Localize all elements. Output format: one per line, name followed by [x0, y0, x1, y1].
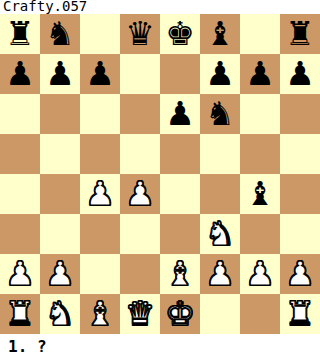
square-a2[interactable]: ♟: [0, 254, 40, 294]
move-prompt: 1. ?: [0, 334, 320, 360]
black-bishop-f8: ♝: [205, 14, 235, 54]
white-bishop-c1: ♝: [85, 294, 115, 334]
square-h8[interactable]: ♜: [280, 14, 320, 54]
white-pawn-g2: ♟: [245, 254, 275, 294]
black-pawn-b7: ♟: [45, 54, 75, 94]
black-bishop-g4: ♝: [245, 174, 275, 214]
square-d4[interactable]: ♟: [120, 174, 160, 214]
square-a4[interactable]: [0, 174, 40, 214]
square-a3[interactable]: [0, 214, 40, 254]
square-d3[interactable]: [120, 214, 160, 254]
square-h4[interactable]: [280, 174, 320, 214]
white-queen-d1: ♛: [125, 294, 155, 334]
square-c3[interactable]: [80, 214, 120, 254]
black-rook-a8: ♜: [5, 14, 35, 54]
black-pawn-f7: ♟: [205, 54, 235, 94]
square-c5[interactable]: [80, 134, 120, 174]
black-knight-f6: ♞: [205, 94, 235, 134]
white-pawn-f2: ♟: [205, 254, 235, 294]
square-a1[interactable]: ♜: [0, 294, 40, 334]
chess-board: ♜♞♛♚♝♜♟♟♟♟♟♟♟♞♟♟♝♞♟♟♝♟♟♟♜♞♝♛♚♜: [0, 14, 320, 334]
square-d7[interactable]: [120, 54, 160, 94]
square-d6[interactable]: [120, 94, 160, 134]
square-g5[interactable]: [240, 134, 280, 174]
square-e2[interactable]: ♝: [160, 254, 200, 294]
square-a8[interactable]: ♜: [0, 14, 40, 54]
square-g1[interactable]: [240, 294, 280, 334]
white-bishop-e2: ♝: [165, 254, 195, 294]
square-b3[interactable]: [40, 214, 80, 254]
square-b6[interactable]: [40, 94, 80, 134]
white-pawn-h2: ♟: [285, 254, 315, 294]
black-queen-d8: ♛: [125, 14, 155, 54]
square-f7[interactable]: ♟: [200, 54, 240, 94]
square-f8[interactable]: ♝: [200, 14, 240, 54]
square-c1[interactable]: ♝: [80, 294, 120, 334]
square-c4[interactable]: ♟: [80, 174, 120, 214]
white-pawn-b2: ♟: [45, 254, 75, 294]
square-f3[interactable]: ♞: [200, 214, 240, 254]
white-pawn-c4: ♟: [85, 174, 115, 214]
square-b1[interactable]: ♞: [40, 294, 80, 334]
square-c6[interactable]: [80, 94, 120, 134]
square-h7[interactable]: ♟: [280, 54, 320, 94]
square-g6[interactable]: [240, 94, 280, 134]
black-king-e8: ♚: [165, 14, 195, 54]
square-g7[interactable]: ♟: [240, 54, 280, 94]
square-e5[interactable]: [160, 134, 200, 174]
square-f5[interactable]: [200, 134, 240, 174]
white-pawn-d4: ♟: [125, 174, 155, 214]
square-h2[interactable]: ♟: [280, 254, 320, 294]
square-b4[interactable]: [40, 174, 80, 214]
square-f1[interactable]: [200, 294, 240, 334]
white-king-e1: ♚: [165, 294, 195, 334]
square-d5[interactable]: [120, 134, 160, 174]
square-f4[interactable]: [200, 174, 240, 214]
square-h3[interactable]: [280, 214, 320, 254]
square-d1[interactable]: ♛: [120, 294, 160, 334]
black-pawn-c7: ♟: [85, 54, 115, 94]
square-e6[interactable]: ♟: [160, 94, 200, 134]
white-pawn-a2: ♟: [5, 254, 35, 294]
crafty-window: Crafty.057 ♜♞♛♚♝♜♟♟♟♟♟♟♟♞♟♟♝♞♟♟♝♟♟♟♜♞♝♛♚…: [0, 0, 320, 360]
square-b5[interactable]: [40, 134, 80, 174]
square-e4[interactable]: [160, 174, 200, 214]
black-pawn-a7: ♟: [5, 54, 35, 94]
black-rook-h8: ♜: [285, 14, 315, 54]
square-f2[interactable]: ♟: [200, 254, 240, 294]
square-a6[interactable]: [0, 94, 40, 134]
square-d8[interactable]: ♛: [120, 14, 160, 54]
square-c8[interactable]: [80, 14, 120, 54]
black-knight-b8: ♞: [45, 14, 75, 54]
black-pawn-g7: ♟: [245, 54, 275, 94]
square-e1[interactable]: ♚: [160, 294, 200, 334]
square-h6[interactable]: [280, 94, 320, 134]
square-g3[interactable]: [240, 214, 280, 254]
white-knight-f3: ♞: [205, 214, 235, 254]
square-g8[interactable]: [240, 14, 280, 54]
black-pawn-h7: ♟: [285, 54, 315, 94]
square-g2[interactable]: ♟: [240, 254, 280, 294]
black-pawn-e6: ♟: [165, 94, 195, 134]
square-a7[interactable]: ♟: [0, 54, 40, 94]
white-rook-h1: ♜: [285, 294, 315, 334]
square-f6[interactable]: ♞: [200, 94, 240, 134]
square-c7[interactable]: ♟: [80, 54, 120, 94]
square-h5[interactable]: [280, 134, 320, 174]
square-h1[interactable]: ♜: [280, 294, 320, 334]
window-title: Crafty.057: [0, 0, 320, 14]
white-rook-a1: ♜: [5, 294, 35, 334]
square-a5[interactable]: [0, 134, 40, 174]
square-g4[interactable]: ♝: [240, 174, 280, 214]
square-b2[interactable]: ♟: [40, 254, 80, 294]
white-knight-b1: ♞: [45, 294, 75, 334]
square-e8[interactable]: ♚: [160, 14, 200, 54]
square-b7[interactable]: ♟: [40, 54, 80, 94]
square-e3[interactable]: [160, 214, 200, 254]
square-b8[interactable]: ♞: [40, 14, 80, 54]
square-c2[interactable]: [80, 254, 120, 294]
square-d2[interactable]: [120, 254, 160, 294]
square-e7[interactable]: [160, 54, 200, 94]
